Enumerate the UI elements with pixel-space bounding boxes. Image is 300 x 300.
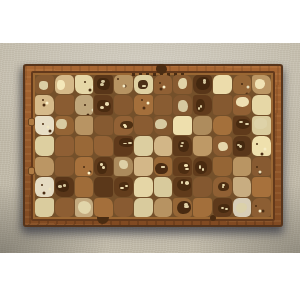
rug-cell bbox=[35, 198, 54, 217]
rug-cell bbox=[55, 75, 74, 94]
rug-cell bbox=[94, 177, 113, 196]
rug-cell bbox=[193, 116, 212, 135]
rug-cell bbox=[94, 116, 113, 135]
rug-cell bbox=[173, 177, 192, 196]
dark-blob bbox=[218, 204, 230, 214]
blob-hole bbox=[185, 181, 189, 185]
rug-cell bbox=[173, 136, 192, 155]
light-blob bbox=[255, 79, 266, 89]
product-photo-canvas bbox=[0, 0, 300, 300]
rug-cell bbox=[154, 177, 173, 196]
light-blob bbox=[155, 119, 166, 130]
rug-cell bbox=[213, 75, 232, 94]
blob-hole bbox=[203, 81, 206, 84]
rug-cell bbox=[75, 136, 94, 155]
rug-cell bbox=[114, 136, 133, 155]
rug-cell bbox=[134, 198, 153, 217]
rug-cell bbox=[134, 95, 153, 114]
rug-cell bbox=[35, 75, 54, 94]
rug-cell bbox=[55, 116, 74, 135]
rug-cell bbox=[134, 116, 153, 135]
frame-knob bbox=[28, 167, 35, 175]
rug-cell bbox=[173, 157, 192, 176]
rug-cell bbox=[233, 95, 252, 114]
rug-cell bbox=[233, 157, 252, 176]
rug-cell bbox=[193, 157, 212, 176]
dark-blob bbox=[119, 138, 132, 147]
rug-cell bbox=[55, 95, 74, 114]
rug-cell bbox=[233, 177, 252, 196]
blob-hole bbox=[144, 85, 147, 87]
specks bbox=[141, 99, 143, 101]
light-blob bbox=[236, 203, 247, 214]
rug-cell bbox=[114, 116, 133, 135]
rug-cell bbox=[173, 75, 192, 94]
blob-hole bbox=[239, 121, 243, 124]
dark-blob bbox=[120, 121, 133, 129]
rug-cell bbox=[252, 136, 271, 155]
blob-hole bbox=[222, 184, 225, 186]
light-blob bbox=[236, 97, 249, 106]
frame-knob bbox=[28, 118, 35, 126]
rug-cell bbox=[114, 95, 133, 114]
rug-cell bbox=[134, 136, 153, 155]
blob-hole bbox=[128, 142, 132, 143]
rug-cell bbox=[114, 157, 133, 176]
specks bbox=[256, 166, 258, 168]
blob-hole bbox=[180, 145, 184, 147]
blob-hole bbox=[100, 106, 104, 109]
dark-blob bbox=[196, 77, 210, 89]
rug-cell bbox=[213, 95, 232, 114]
blob-hole bbox=[184, 205, 188, 208]
specks bbox=[117, 78, 119, 80]
blob-hole bbox=[161, 166, 165, 168]
blob-hole bbox=[185, 168, 189, 170]
dark-blob bbox=[97, 100, 110, 112]
dark-blob bbox=[178, 140, 189, 152]
rug-cell bbox=[154, 198, 173, 217]
rug-cell bbox=[193, 75, 212, 94]
rug-cell bbox=[55, 198, 74, 217]
specks bbox=[42, 123, 44, 125]
rug-cell bbox=[252, 116, 271, 135]
specks bbox=[256, 143, 258, 145]
rug-cell bbox=[252, 95, 271, 114]
dark-blob bbox=[196, 99, 205, 112]
dark-blob bbox=[138, 80, 149, 89]
specks bbox=[42, 99, 44, 101]
rug-cell bbox=[94, 136, 113, 155]
blob-hole bbox=[181, 181, 184, 184]
rug-cell bbox=[252, 75, 271, 94]
specks bbox=[41, 184, 43, 186]
rug-cell bbox=[173, 116, 192, 135]
dark-blob bbox=[236, 119, 250, 129]
rug-cell bbox=[35, 95, 54, 114]
dark-blob bbox=[236, 141, 245, 151]
rug-cell bbox=[213, 177, 232, 196]
rug-cell bbox=[193, 198, 212, 217]
specks bbox=[84, 81, 86, 83]
rug-cell bbox=[173, 198, 192, 217]
rug-cell bbox=[75, 95, 94, 114]
rug-cell bbox=[193, 136, 212, 155]
light-blob bbox=[218, 142, 228, 151]
rug-cell bbox=[213, 157, 232, 176]
rug-cell bbox=[75, 177, 94, 196]
dark-blob bbox=[56, 180, 69, 191]
light-blob bbox=[119, 160, 128, 169]
rug-cell bbox=[35, 116, 54, 135]
dark-blob bbox=[119, 182, 129, 191]
light-blob bbox=[56, 119, 66, 129]
dark-blob bbox=[177, 201, 191, 214]
rug-cell bbox=[94, 95, 113, 114]
dark-blob bbox=[195, 161, 206, 174]
rug-cell bbox=[75, 75, 94, 94]
rug-patchwork-grid bbox=[35, 75, 271, 217]
rug-inner-border-line bbox=[31, 71, 275, 221]
dark-blob bbox=[97, 161, 107, 174]
specks bbox=[241, 83, 243, 85]
rug-cell bbox=[154, 157, 173, 176]
rug-cell bbox=[154, 136, 173, 155]
rug-cell bbox=[252, 177, 271, 196]
dark-blob bbox=[155, 163, 168, 174]
frame-dark-tuft-top bbox=[156, 64, 167, 74]
rug-cell bbox=[233, 75, 252, 94]
light-blob bbox=[254, 118, 267, 129]
rug-cell bbox=[233, 116, 252, 135]
rug-cell bbox=[94, 157, 113, 176]
rug-cell bbox=[75, 157, 94, 176]
blob-hole bbox=[105, 102, 110, 105]
blob-hole bbox=[63, 184, 67, 187]
rug-cell bbox=[94, 75, 113, 94]
blob-hole bbox=[184, 164, 188, 166]
rug-cell bbox=[55, 157, 74, 176]
dark-blob bbox=[177, 179, 190, 192]
photo-area bbox=[0, 43, 300, 253]
rug-cell bbox=[134, 177, 153, 196]
blob-hole bbox=[123, 143, 128, 145]
rug-cell bbox=[233, 136, 252, 155]
blob-hole bbox=[225, 208, 228, 210]
blob-hole bbox=[221, 207, 224, 209]
rug-cell bbox=[154, 95, 173, 114]
rug-cell bbox=[134, 75, 153, 94]
rug-cell bbox=[134, 157, 153, 176]
light-blob bbox=[57, 80, 65, 90]
dark-blob bbox=[97, 78, 110, 90]
rug-cell bbox=[252, 157, 271, 176]
rug-cell bbox=[154, 75, 173, 94]
rug bbox=[23, 64, 283, 227]
rug-cell bbox=[213, 198, 232, 217]
rug-cell bbox=[193, 177, 212, 196]
light-blob bbox=[78, 201, 91, 214]
rug-cell bbox=[154, 116, 173, 135]
specks bbox=[255, 205, 257, 207]
rug-cell bbox=[75, 116, 94, 135]
specks bbox=[84, 104, 86, 106]
blob-hole bbox=[100, 83, 104, 87]
dark-blob bbox=[178, 162, 190, 174]
rug-cell bbox=[35, 157, 54, 176]
blob-hole bbox=[102, 166, 105, 169]
rug-cell bbox=[55, 177, 74, 196]
rug-cell bbox=[233, 198, 252, 217]
blob-hole bbox=[245, 123, 249, 126]
blob-hole bbox=[125, 185, 128, 187]
rug-cell bbox=[94, 198, 113, 217]
rug-cell bbox=[114, 75, 133, 94]
blob-hole bbox=[181, 142, 184, 144]
rug-cell bbox=[173, 95, 192, 114]
rug-cell bbox=[213, 116, 232, 135]
light-blob bbox=[178, 78, 187, 89]
rug-cell bbox=[213, 136, 232, 155]
light-blob bbox=[39, 81, 48, 90]
rug-cell bbox=[75, 198, 94, 217]
rug-cell bbox=[252, 198, 271, 217]
rug-cell bbox=[114, 177, 133, 196]
rug-cell bbox=[35, 177, 54, 196]
blob-hole bbox=[199, 165, 201, 169]
specks bbox=[83, 166, 85, 168]
blob-hole bbox=[120, 187, 123, 189]
specks bbox=[159, 82, 161, 84]
blob-hole bbox=[123, 124, 125, 126]
blob-hole bbox=[202, 168, 204, 171]
blob-hole bbox=[58, 185, 62, 188]
rug-cell bbox=[55, 136, 74, 155]
dark-blob bbox=[218, 182, 229, 191]
rug-cell bbox=[114, 198, 133, 217]
rug-cell bbox=[193, 95, 212, 114]
light-blob bbox=[178, 100, 188, 111]
blob-hole bbox=[200, 105, 202, 108]
rug-cell bbox=[35, 136, 54, 155]
